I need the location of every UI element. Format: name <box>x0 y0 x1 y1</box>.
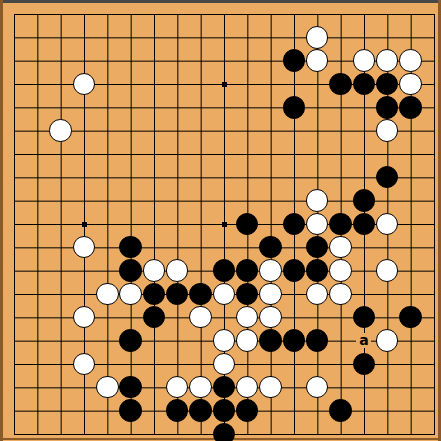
black-stone <box>119 259 141 281</box>
white-stone <box>329 283 351 305</box>
black-stone <box>306 259 328 281</box>
white-stone <box>96 283 118 305</box>
white-stone <box>213 353 235 375</box>
white-stone <box>259 306 281 328</box>
white-stone <box>236 329 258 351</box>
black-stone <box>306 329 328 351</box>
stones-layer: a <box>2 2 441 441</box>
white-stone <box>259 283 281 305</box>
white-stone <box>376 213 398 235</box>
white-stone <box>259 259 281 281</box>
black-stone <box>189 283 211 305</box>
black-stone <box>213 376 235 398</box>
black-stone <box>236 213 258 235</box>
white-stone <box>376 329 398 351</box>
black-stone <box>283 213 305 235</box>
white-stone <box>376 119 398 141</box>
black-stone <box>119 236 141 258</box>
white-stone <box>236 306 258 328</box>
black-stone <box>399 96 421 118</box>
black-stone <box>213 423 235 441</box>
black-stone <box>329 73 351 95</box>
black-stone <box>259 329 281 351</box>
black-stone <box>283 49 305 71</box>
white-stone <box>119 283 141 305</box>
black-stone <box>283 96 305 118</box>
black-stone <box>353 306 375 328</box>
white-stone <box>73 236 95 258</box>
black-stone <box>236 259 258 281</box>
white-stone <box>353 49 375 71</box>
black-stone <box>213 259 235 281</box>
go-board[interactable]: a <box>0 0 441 441</box>
white-stone <box>376 259 398 281</box>
white-stone <box>376 49 398 71</box>
black-stone <box>166 283 188 305</box>
black-stone <box>143 283 165 305</box>
point-label-a: a <box>356 333 371 348</box>
black-stone <box>399 306 421 328</box>
white-stone <box>306 213 328 235</box>
white-stone <box>399 73 421 95</box>
black-stone <box>329 213 351 235</box>
white-stone <box>259 376 281 398</box>
white-stone <box>189 376 211 398</box>
white-stone <box>236 376 258 398</box>
black-stone <box>376 166 398 188</box>
white-stone <box>329 236 351 258</box>
white-stone <box>399 49 421 71</box>
white-stone <box>329 259 351 281</box>
black-stone <box>236 399 258 421</box>
white-stone <box>306 376 328 398</box>
white-stone <box>73 353 95 375</box>
black-stone <box>119 399 141 421</box>
black-stone <box>119 329 141 351</box>
white-stone <box>306 49 328 71</box>
black-stone <box>353 73 375 95</box>
black-stone <box>353 189 375 211</box>
black-stone <box>119 376 141 398</box>
black-stone <box>259 236 281 258</box>
black-stone <box>143 306 165 328</box>
white-stone <box>306 26 328 48</box>
white-stone <box>166 259 188 281</box>
white-stone <box>306 283 328 305</box>
white-stone <box>189 306 211 328</box>
black-stone <box>166 399 188 421</box>
white-stone <box>213 283 235 305</box>
white-stone <box>306 189 328 211</box>
black-stone <box>329 399 351 421</box>
black-stone <box>353 353 375 375</box>
white-stone <box>73 306 95 328</box>
black-stone <box>283 329 305 351</box>
white-stone <box>73 73 95 95</box>
black-stone <box>213 399 235 421</box>
white-stone <box>143 259 165 281</box>
white-stone <box>96 376 118 398</box>
black-stone <box>353 213 375 235</box>
white-stone <box>166 376 188 398</box>
white-stone <box>49 119 71 141</box>
black-stone <box>376 96 398 118</box>
black-stone <box>189 399 211 421</box>
black-stone <box>236 283 258 305</box>
black-stone <box>283 259 305 281</box>
black-stone <box>306 236 328 258</box>
white-stone <box>213 329 235 351</box>
black-stone <box>376 73 398 95</box>
